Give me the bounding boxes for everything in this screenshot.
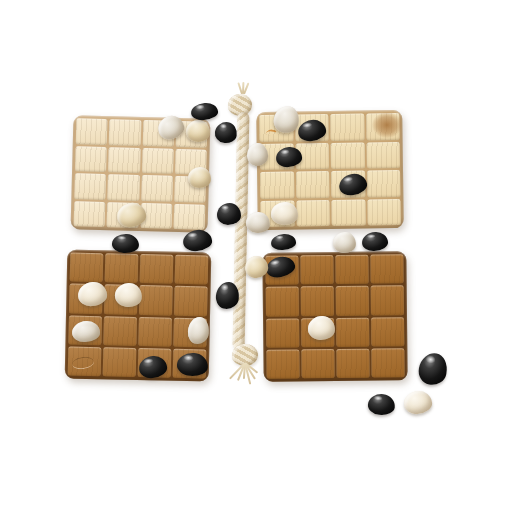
cell-bottom-right-r4c1[interactable]: [266, 349, 299, 379]
cell-top-left-r3c3[interactable]: [141, 175, 173, 201]
cell-bottom-right-r3c4[interactable]: [371, 317, 404, 347]
cell-bottom-left-r1c4[interactable]: [175, 255, 209, 285]
white-stone-bottom-right-r3c2[interactable]: [307, 315, 335, 340]
black-stone-loose-1[interactable]: [190, 101, 218, 120]
cell-bottom-right-r2c1[interactable]: [266, 287, 299, 317]
cell-bottom-right-r4c2[interactable]: [301, 349, 334, 379]
black-stone-loose-8[interactable]: [270, 233, 296, 251]
cell-bottom-right-r2c3[interactable]: [336, 286, 369, 316]
cell-top-left-r2c1[interactable]: [75, 146, 107, 172]
black-stone-loose-13[interactable]: [416, 351, 449, 387]
white-stone-loose-11[interactable]: [332, 231, 356, 254]
cell-top-right-r4c3[interactable]: [331, 199, 365, 226]
cell-top-left-r4c4[interactable]: [173, 203, 205, 229]
cell-bottom-right-r4c4[interactable]: [371, 348, 404, 378]
cell-bottom-left-r2c3[interactable]: [139, 285, 173, 315]
cell-bottom-right-r1c3[interactable]: [335, 255, 368, 285]
cell-bottom-left-r1c1[interactable]: [70, 253, 104, 283]
cell-top-right-r1c3[interactable]: [330, 114, 364, 141]
black-stone-loose-4[interactable]: [217, 203, 241, 225]
cell-top-right-r4c2[interactable]: [296, 200, 330, 227]
cell-top-left-r2c3[interactable]: [142, 148, 174, 174]
rope-cord: [233, 112, 250, 350]
cell-bottom-right-r1c2[interactable]: [300, 255, 333, 285]
cell-bottom-left-r1c3[interactable]: [140, 254, 174, 284]
cell-bottom-left-r3c3[interactable]: [138, 317, 172, 347]
cell-bottom-right-r2c2[interactable]: [301, 286, 334, 316]
cell-top-right-r4c4[interactable]: [367, 199, 401, 226]
cell-top-left-r1c2[interactable]: [109, 119, 141, 145]
cell-top-left-r1c1[interactable]: [76, 118, 108, 144]
cell-top-right-r2c3[interactable]: [331, 142, 365, 169]
cell-bottom-left-r2c4[interactable]: [174, 286, 208, 316]
cell-bottom-left-r3c2[interactable]: [103, 316, 137, 346]
cell-top-left-r4c1[interactable]: [74, 201, 106, 227]
cell-bottom-right-r1c4[interactable]: [370, 254, 403, 284]
cell-bottom-right-r2c4[interactable]: [371, 286, 404, 316]
cell-top-right-r3c1[interactable]: [260, 172, 294, 199]
white-stone-loose-14[interactable]: [403, 389, 433, 414]
cell-top-left-r3c1[interactable]: [74, 173, 106, 199]
black-stone-loose-12[interactable]: [362, 231, 389, 251]
black-stone-loose-15[interactable]: [366, 392, 395, 416]
product-photo-scene: [0, 0, 512, 512]
black-stone-loose-2[interactable]: [214, 120, 239, 144]
cell-top-right-r3c4[interactable]: [367, 170, 401, 197]
cell-top-right-r2c4[interactable]: [366, 142, 400, 169]
cell-top-left-r2c2[interactable]: [108, 147, 140, 173]
cell-bottom-left-r1c2[interactable]: [105, 253, 139, 283]
cell-bottom-right-r3c1[interactable]: [266, 318, 299, 348]
wood-knot: [372, 112, 402, 138]
cell-bottom-right-r3c3[interactable]: [336, 317, 369, 347]
cell-top-right-r3c2[interactable]: [296, 171, 330, 198]
black-stone-loose-9[interactable]: [111, 233, 139, 253]
cell-bottom-left-r4c2[interactable]: [103, 347, 137, 377]
cell-top-left-r3c2[interactable]: [108, 174, 140, 200]
cell-bottom-right-r4c3[interactable]: [336, 348, 369, 378]
